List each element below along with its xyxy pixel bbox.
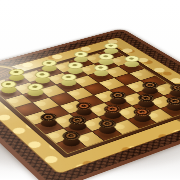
photo-stage [0,0,180,180]
